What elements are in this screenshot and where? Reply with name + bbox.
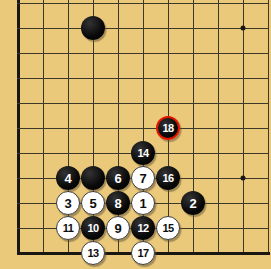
grid-hline [17, 103, 269, 104]
move-number: 6 [114, 172, 121, 185]
move-number: 1 [139, 197, 146, 210]
stone-black-18-G6: 18 [156, 116, 180, 140]
go-board[interactable]: 181446716358121110912151317 [0, 0, 271, 269]
kifu-diagram: 181446716358121110912151317 [0, 0, 271, 269]
stone-black-8-E3: 8 [106, 191, 130, 215]
grid-hline [17, 78, 269, 79]
move-number: 17 [137, 248, 148, 259]
stone-white-15-G2: 15 [156, 216, 180, 240]
stone-white-1-F3: 1 [131, 191, 155, 215]
move-number: 12 [137, 223, 148, 234]
stone-white-7-F4: 7 [131, 166, 155, 190]
grid-hline [17, 3, 269, 4]
stone-black-6-E4: 6 [106, 166, 130, 190]
stone-white-11-C2: 11 [56, 216, 80, 240]
move-number: 10 [87, 223, 98, 234]
grid-hline [17, 128, 269, 129]
move-number: 7 [139, 172, 146, 185]
move-number: 8 [114, 197, 121, 210]
stone-black-14-F5: 14 [131, 141, 155, 165]
stone-black-4-C4: 4 [56, 166, 80, 190]
stone-black-16-G4: 16 [156, 166, 180, 190]
move-number: 14 [137, 148, 148, 159]
star-point [241, 176, 246, 181]
stone-black-12-F2: 12 [131, 216, 155, 240]
move-number: 4 [64, 172, 71, 185]
move-number: 18 [162, 123, 173, 134]
stone-black-2-H3: 2 [181, 191, 205, 215]
move-number: 9 [114, 222, 121, 235]
grid-hline [17, 28, 269, 29]
move-number: 13 [87, 248, 98, 259]
move-number: 11 [63, 223, 73, 234]
move-number: 5 [89, 197, 96, 210]
grid-hline [17, 53, 269, 54]
move-number: 15 [162, 223, 173, 234]
stone-black-D10 [81, 16, 105, 40]
stone-black-D4 [81, 166, 105, 190]
move-number: 3 [64, 197, 71, 210]
stone-white-5-D3: 5 [81, 191, 105, 215]
move-number: 2 [189, 197, 196, 210]
stone-white-3-C3: 3 [56, 191, 80, 215]
move-number: 16 [162, 173, 173, 184]
stone-white-9-E2: 9 [106, 216, 130, 240]
stone-black-10-D2: 10 [81, 216, 105, 240]
stone-white-13-D1: 13 [81, 241, 105, 265]
star-point [241, 26, 246, 31]
stone-white-17-F1: 17 [131, 241, 155, 265]
